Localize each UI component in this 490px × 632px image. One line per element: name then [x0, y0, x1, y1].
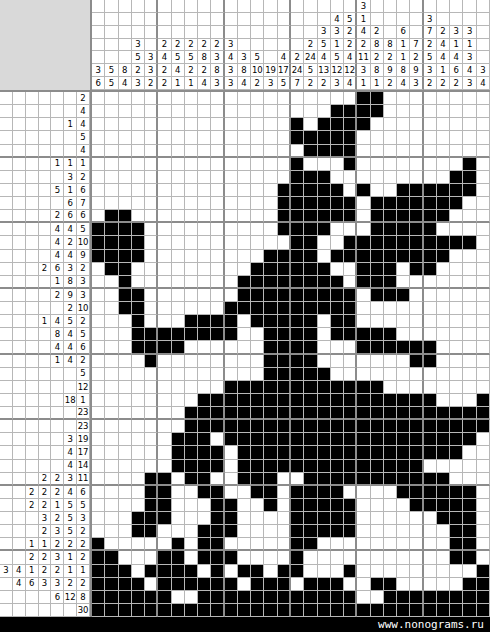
- board-cell[interactable]: [384, 250, 397, 263]
- board-cell[interactable]: [132, 368, 145, 381]
- board-cell[interactable]: [318, 131, 331, 144]
- board-cell[interactable]: [198, 433, 211, 446]
- board-cell[interactable]: [450, 578, 463, 591]
- board-cell[interactable]: [251, 184, 264, 197]
- board-cell[interactable]: [158, 210, 171, 223]
- board-cell[interactable]: [318, 328, 331, 341]
- board-cell[interactable]: [92, 565, 105, 578]
- board-cell[interactable]: [158, 118, 171, 131]
- board-cell[interactable]: [264, 145, 277, 158]
- board-cell[interactable]: [397, 328, 410, 341]
- board-cell[interactable]: [437, 118, 450, 131]
- board-cell[interactable]: [119, 250, 132, 263]
- board-cell[interactable]: [344, 604, 357, 617]
- board-cell[interactable]: [304, 499, 317, 512]
- board-cell[interactable]: [105, 184, 118, 197]
- board-cell[interactable]: [477, 131, 490, 144]
- board-cell[interactable]: [278, 250, 291, 263]
- board-cell[interactable]: [450, 223, 463, 236]
- board-cell[interactable]: [278, 236, 291, 249]
- board-cell[interactable]: [463, 538, 476, 551]
- board-cell[interactable]: [105, 473, 118, 486]
- board-cell[interactable]: [357, 236, 370, 249]
- board-cell[interactable]: [225, 328, 238, 341]
- board-cell[interactable]: [397, 341, 410, 354]
- board-cell[interactable]: [344, 289, 357, 302]
- board-cell[interactable]: [158, 460, 171, 473]
- board-cell[interactable]: [238, 315, 251, 328]
- board-cell[interactable]: [463, 236, 476, 249]
- board-cell[interactable]: [384, 328, 397, 341]
- board-cell[interactable]: [92, 236, 105, 249]
- board-cell[interactable]: [463, 394, 476, 407]
- board-cell[interactable]: [238, 302, 251, 315]
- board-cell[interactable]: [264, 512, 277, 525]
- board-cell[interactable]: [371, 105, 384, 118]
- board-cell[interactable]: [172, 394, 185, 407]
- board-cell[interactable]: [172, 460, 185, 473]
- board-cell[interactable]: [92, 210, 105, 223]
- board-cell[interactable]: [384, 184, 397, 197]
- board-cell[interactable]: [344, 578, 357, 591]
- board-cell[interactable]: [424, 604, 437, 617]
- board-cell[interactable]: [424, 551, 437, 564]
- board-cell[interactable]: [211, 250, 224, 263]
- board-cell[interactable]: [251, 341, 264, 354]
- board-cell[interactable]: [371, 236, 384, 249]
- board-cell[interactable]: [211, 460, 224, 473]
- board-cell[interactable]: [132, 118, 145, 131]
- board-cell[interactable]: [318, 210, 331, 223]
- board-cell[interactable]: [158, 92, 171, 105]
- board-cell[interactable]: [318, 250, 331, 263]
- board-cell[interactable]: [145, 263, 158, 276]
- board-cell[interactable]: [331, 525, 344, 538]
- board-cell[interactable]: [264, 460, 277, 473]
- board-cell[interactable]: [132, 381, 145, 394]
- board-cell[interactable]: [185, 341, 198, 354]
- board-cell[interactable]: [357, 381, 370, 394]
- board-cell[interactable]: [384, 473, 397, 486]
- board-cell[interactable]: [105, 118, 118, 131]
- board-cell[interactable]: [264, 315, 277, 328]
- board-cell[interactable]: [463, 368, 476, 381]
- board-cell[interactable]: [344, 276, 357, 289]
- board-cell[interactable]: [410, 407, 423, 420]
- board-cell[interactable]: [185, 158, 198, 171]
- board-cell[interactable]: [371, 473, 384, 486]
- board-cell[interactable]: [331, 263, 344, 276]
- board-cell[interactable]: [105, 223, 118, 236]
- board-cell[interactable]: [437, 131, 450, 144]
- board-cell[interactable]: [225, 105, 238, 118]
- board-cell[interactable]: [198, 131, 211, 144]
- board-cell[interactable]: [145, 407, 158, 420]
- board-cell[interactable]: [145, 551, 158, 564]
- board-cell[interactable]: [371, 433, 384, 446]
- board-cell[interactable]: [450, 538, 463, 551]
- board-cell[interactable]: [145, 210, 158, 223]
- board-cell[interactable]: [424, 158, 437, 171]
- board-cell[interactable]: [185, 525, 198, 538]
- board-cell[interactable]: [145, 236, 158, 249]
- board-cell[interactable]: [251, 315, 264, 328]
- board-cell[interactable]: [238, 473, 251, 486]
- board-cell[interactable]: [344, 433, 357, 446]
- board-cell[interactable]: [119, 407, 132, 420]
- board-cell[interactable]: [397, 381, 410, 394]
- board-cell[interactable]: [331, 171, 344, 184]
- board-cell[interactable]: [477, 105, 490, 118]
- board-cell[interactable]: [291, 289, 304, 302]
- board-cell[interactable]: [331, 92, 344, 105]
- board-cell[interactable]: [264, 302, 277, 315]
- board-cell[interactable]: [463, 341, 476, 354]
- board-cell[interactable]: [477, 341, 490, 354]
- board-cell[interactable]: [132, 131, 145, 144]
- board-cell[interactable]: [410, 525, 423, 538]
- board-cell[interactable]: [172, 473, 185, 486]
- board-cell[interactable]: [424, 276, 437, 289]
- board-cell[interactable]: [198, 420, 211, 433]
- board-cell[interactable]: [371, 171, 384, 184]
- board-cell[interactable]: [371, 551, 384, 564]
- board-cell[interactable]: [331, 276, 344, 289]
- board-cell[interactable]: [172, 210, 185, 223]
- board-cell[interactable]: [384, 460, 397, 473]
- board-cell[interactable]: [132, 446, 145, 459]
- board-cell[interactable]: [410, 197, 423, 210]
- board-cell[interactable]: [331, 328, 344, 341]
- board-cell[interactable]: [410, 512, 423, 525]
- board-cell[interactable]: [211, 420, 224, 433]
- board-cell[interactable]: [238, 105, 251, 118]
- board-cell[interactable]: [437, 538, 450, 551]
- board-cell[interactable]: [105, 131, 118, 144]
- board-cell[interactable]: [225, 92, 238, 105]
- board-cell[interactable]: [410, 368, 423, 381]
- board-cell[interactable]: [384, 236, 397, 249]
- board-cell[interactable]: [119, 394, 132, 407]
- board-cell[interactable]: [304, 578, 317, 591]
- board-cell[interactable]: [238, 551, 251, 564]
- board-cell[interactable]: [145, 171, 158, 184]
- board-cell[interactable]: [172, 118, 185, 131]
- board-cell[interactable]: [397, 289, 410, 302]
- board-cell[interactable]: [172, 420, 185, 433]
- board-cell[interactable]: [291, 223, 304, 236]
- board-cell[interactable]: [331, 604, 344, 617]
- puzzle-board[interactable]: [92, 92, 490, 617]
- board-cell[interactable]: [318, 302, 331, 315]
- board-cell[interactable]: [278, 486, 291, 499]
- board-cell[interactable]: [198, 368, 211, 381]
- board-cell[interactable]: [331, 394, 344, 407]
- board-cell[interactable]: [238, 131, 251, 144]
- board-cell[interactable]: [238, 407, 251, 420]
- board-cell[interactable]: [145, 131, 158, 144]
- board-cell[interactable]: [331, 223, 344, 236]
- board-cell[interactable]: [119, 538, 132, 551]
- board-cell[interactable]: [384, 565, 397, 578]
- board-cell[interactable]: [211, 145, 224, 158]
- board-cell[interactable]: [371, 381, 384, 394]
- board-cell[interactable]: [331, 210, 344, 223]
- board-cell[interactable]: [397, 551, 410, 564]
- board-cell[interactable]: [357, 565, 370, 578]
- board-cell[interactable]: [119, 276, 132, 289]
- board-cell[interactable]: [264, 591, 277, 604]
- board-cell[interactable]: [357, 289, 370, 302]
- board-cell[interactable]: [410, 171, 423, 184]
- board-cell[interactable]: [278, 328, 291, 341]
- board-cell[interactable]: [92, 604, 105, 617]
- board-cell[interactable]: [304, 105, 317, 118]
- board-cell[interactable]: [185, 551, 198, 564]
- board-cell[interactable]: [145, 158, 158, 171]
- board-cell[interactable]: [357, 276, 370, 289]
- board-cell[interactable]: [437, 525, 450, 538]
- board-cell[interactable]: [384, 171, 397, 184]
- board-cell[interactable]: [371, 591, 384, 604]
- board-cell[interactable]: [198, 197, 211, 210]
- board-cell[interactable]: [424, 92, 437, 105]
- board-cell[interactable]: [304, 604, 317, 617]
- board-cell[interactable]: [371, 263, 384, 276]
- board-cell[interactable]: [238, 433, 251, 446]
- board-cell[interactable]: [145, 341, 158, 354]
- board-cell[interactable]: [132, 158, 145, 171]
- board-cell[interactable]: [92, 276, 105, 289]
- board-cell[interactable]: [225, 223, 238, 236]
- board-cell[interactable]: [211, 328, 224, 341]
- board-cell[interactable]: [185, 328, 198, 341]
- board-cell[interactable]: [198, 499, 211, 512]
- board-cell[interactable]: [225, 407, 238, 420]
- board-cell[interactable]: [397, 460, 410, 473]
- board-cell[interactable]: [371, 92, 384, 105]
- board-cell[interactable]: [198, 158, 211, 171]
- board-cell[interactable]: [397, 223, 410, 236]
- board-cell[interactable]: [251, 473, 264, 486]
- board-cell[interactable]: [450, 263, 463, 276]
- board-cell[interactable]: [477, 499, 490, 512]
- board-cell[interactable]: [410, 578, 423, 591]
- board-cell[interactable]: [357, 315, 370, 328]
- board-cell[interactable]: [145, 197, 158, 210]
- board-cell[interactable]: [211, 368, 224, 381]
- board-cell[interactable]: [450, 486, 463, 499]
- board-cell[interactable]: [344, 118, 357, 131]
- board-cell[interactable]: [264, 525, 277, 538]
- board-cell[interactable]: [172, 131, 185, 144]
- board-cell[interactable]: [291, 551, 304, 564]
- board-cell[interactable]: [251, 328, 264, 341]
- board-cell[interactable]: [397, 302, 410, 315]
- board-cell[interactable]: [145, 328, 158, 341]
- board-cell[interactable]: [105, 591, 118, 604]
- board-cell[interactable]: [463, 446, 476, 459]
- board-cell[interactable]: [251, 565, 264, 578]
- board-cell[interactable]: [304, 486, 317, 499]
- board-cell[interactable]: [251, 591, 264, 604]
- board-cell[interactable]: [371, 604, 384, 617]
- board-cell[interactable]: [424, 578, 437, 591]
- board-cell[interactable]: [463, 407, 476, 420]
- board-cell[interactable]: [119, 289, 132, 302]
- board-cell[interactable]: [371, 328, 384, 341]
- board-cell[interactable]: [105, 341, 118, 354]
- board-cell[interactable]: [158, 551, 171, 564]
- board-cell[interactable]: [119, 328, 132, 341]
- board-cell[interactable]: [344, 512, 357, 525]
- board-cell[interactable]: [357, 551, 370, 564]
- board-cell[interactable]: [371, 158, 384, 171]
- board-cell[interactable]: [119, 158, 132, 171]
- board-cell[interactable]: [105, 328, 118, 341]
- board-cell[interactable]: [198, 460, 211, 473]
- board-cell[interactable]: [371, 210, 384, 223]
- board-cell[interactable]: [132, 433, 145, 446]
- board-cell[interactable]: [344, 381, 357, 394]
- board-cell[interactable]: [318, 105, 331, 118]
- board-cell[interactable]: [437, 407, 450, 420]
- board-cell[interactable]: [132, 263, 145, 276]
- board-cell[interactable]: [331, 341, 344, 354]
- board-cell[interactable]: [198, 118, 211, 131]
- board-cell[interactable]: [185, 236, 198, 249]
- board-cell[interactable]: [132, 289, 145, 302]
- board-cell[interactable]: [158, 538, 171, 551]
- board-cell[interactable]: [384, 381, 397, 394]
- board-cell[interactable]: [278, 381, 291, 394]
- board-cell[interactable]: [318, 368, 331, 381]
- board-cell[interactable]: [278, 197, 291, 210]
- board-cell[interactable]: [437, 158, 450, 171]
- board-cell[interactable]: [410, 145, 423, 158]
- board-cell[interactable]: [198, 591, 211, 604]
- board-cell[interactable]: [331, 446, 344, 459]
- board-cell[interactable]: [185, 473, 198, 486]
- board-cell[interactable]: [463, 105, 476, 118]
- board-cell[interactable]: [384, 551, 397, 564]
- board-cell[interactable]: [172, 381, 185, 394]
- board-cell[interactable]: [344, 315, 357, 328]
- board-cell[interactable]: [371, 250, 384, 263]
- board-cell[interactable]: [145, 433, 158, 446]
- board-cell[interactable]: [211, 341, 224, 354]
- board-cell[interactable]: [92, 578, 105, 591]
- board-cell[interactable]: [251, 420, 264, 433]
- board-cell[interactable]: [185, 433, 198, 446]
- board-cell[interactable]: [397, 210, 410, 223]
- board-cell[interactable]: [158, 604, 171, 617]
- board-cell[interactable]: [371, 302, 384, 315]
- board-cell[interactable]: [463, 158, 476, 171]
- board-cell[interactable]: [437, 381, 450, 394]
- board-cell[interactable]: [357, 473, 370, 486]
- board-cell[interactable]: [318, 394, 331, 407]
- board-cell[interactable]: [437, 473, 450, 486]
- board-cell[interactable]: [132, 565, 145, 578]
- board-cell[interactable]: [225, 578, 238, 591]
- board-cell[interactable]: [424, 460, 437, 473]
- board-cell[interactable]: [251, 105, 264, 118]
- board-cell[interactable]: [278, 289, 291, 302]
- board-cell[interactable]: [132, 473, 145, 486]
- board-cell[interactable]: [145, 578, 158, 591]
- board-cell[interactable]: [198, 473, 211, 486]
- board-cell[interactable]: [238, 145, 251, 158]
- board-cell[interactable]: [318, 565, 331, 578]
- board-cell[interactable]: [463, 276, 476, 289]
- board-cell[interactable]: [158, 565, 171, 578]
- board-cell[interactable]: [410, 446, 423, 459]
- board-cell[interactable]: [198, 341, 211, 354]
- board-cell[interactable]: [410, 105, 423, 118]
- board-cell[interactable]: [264, 92, 277, 105]
- board-cell[interactable]: [105, 105, 118, 118]
- board-cell[interactable]: [238, 158, 251, 171]
- board-cell[interactable]: [185, 302, 198, 315]
- board-cell[interactable]: [132, 551, 145, 564]
- board-cell[interactable]: [291, 433, 304, 446]
- board-cell[interactable]: [145, 184, 158, 197]
- board-cell[interactable]: [410, 263, 423, 276]
- board-cell[interactable]: [211, 538, 224, 551]
- board-cell[interactable]: [331, 565, 344, 578]
- board-cell[interactable]: [185, 184, 198, 197]
- board-cell[interactable]: [291, 328, 304, 341]
- board-cell[interactable]: [344, 171, 357, 184]
- board-cell[interactable]: [463, 525, 476, 538]
- board-cell[interactable]: [437, 289, 450, 302]
- board-cell[interactable]: [450, 604, 463, 617]
- board-cell[interactable]: [424, 381, 437, 394]
- board-cell[interactable]: [238, 171, 251, 184]
- board-cell[interactable]: [132, 604, 145, 617]
- board-cell[interactable]: [291, 341, 304, 354]
- board-cell[interactable]: [291, 473, 304, 486]
- board-cell[interactable]: [344, 551, 357, 564]
- board-cell[interactable]: [384, 197, 397, 210]
- board-cell[interactable]: [211, 210, 224, 223]
- board-cell[interactable]: [450, 394, 463, 407]
- board-cell[interactable]: [238, 565, 251, 578]
- board-cell[interactable]: [172, 289, 185, 302]
- board-cell[interactable]: [92, 381, 105, 394]
- board-cell[interactable]: [278, 302, 291, 315]
- board-cell[interactable]: [225, 604, 238, 617]
- board-cell[interactable]: [238, 263, 251, 276]
- board-cell[interactable]: [450, 407, 463, 420]
- board-cell[interactable]: [410, 355, 423, 368]
- board-cell[interactable]: [119, 105, 132, 118]
- board-cell[interactable]: [291, 381, 304, 394]
- board-cell[interactable]: [264, 171, 277, 184]
- board-cell[interactable]: [344, 236, 357, 249]
- board-cell[interactable]: [158, 145, 171, 158]
- board-cell[interactable]: [185, 315, 198, 328]
- board-cell[interactable]: [92, 473, 105, 486]
- board-cell[interactable]: [304, 118, 317, 131]
- board-cell[interactable]: [251, 250, 264, 263]
- board-cell[interactable]: [477, 604, 490, 617]
- board-cell[interactable]: [331, 538, 344, 551]
- board-cell[interactable]: [384, 578, 397, 591]
- board-cell[interactable]: [344, 250, 357, 263]
- board-cell[interactable]: [225, 591, 238, 604]
